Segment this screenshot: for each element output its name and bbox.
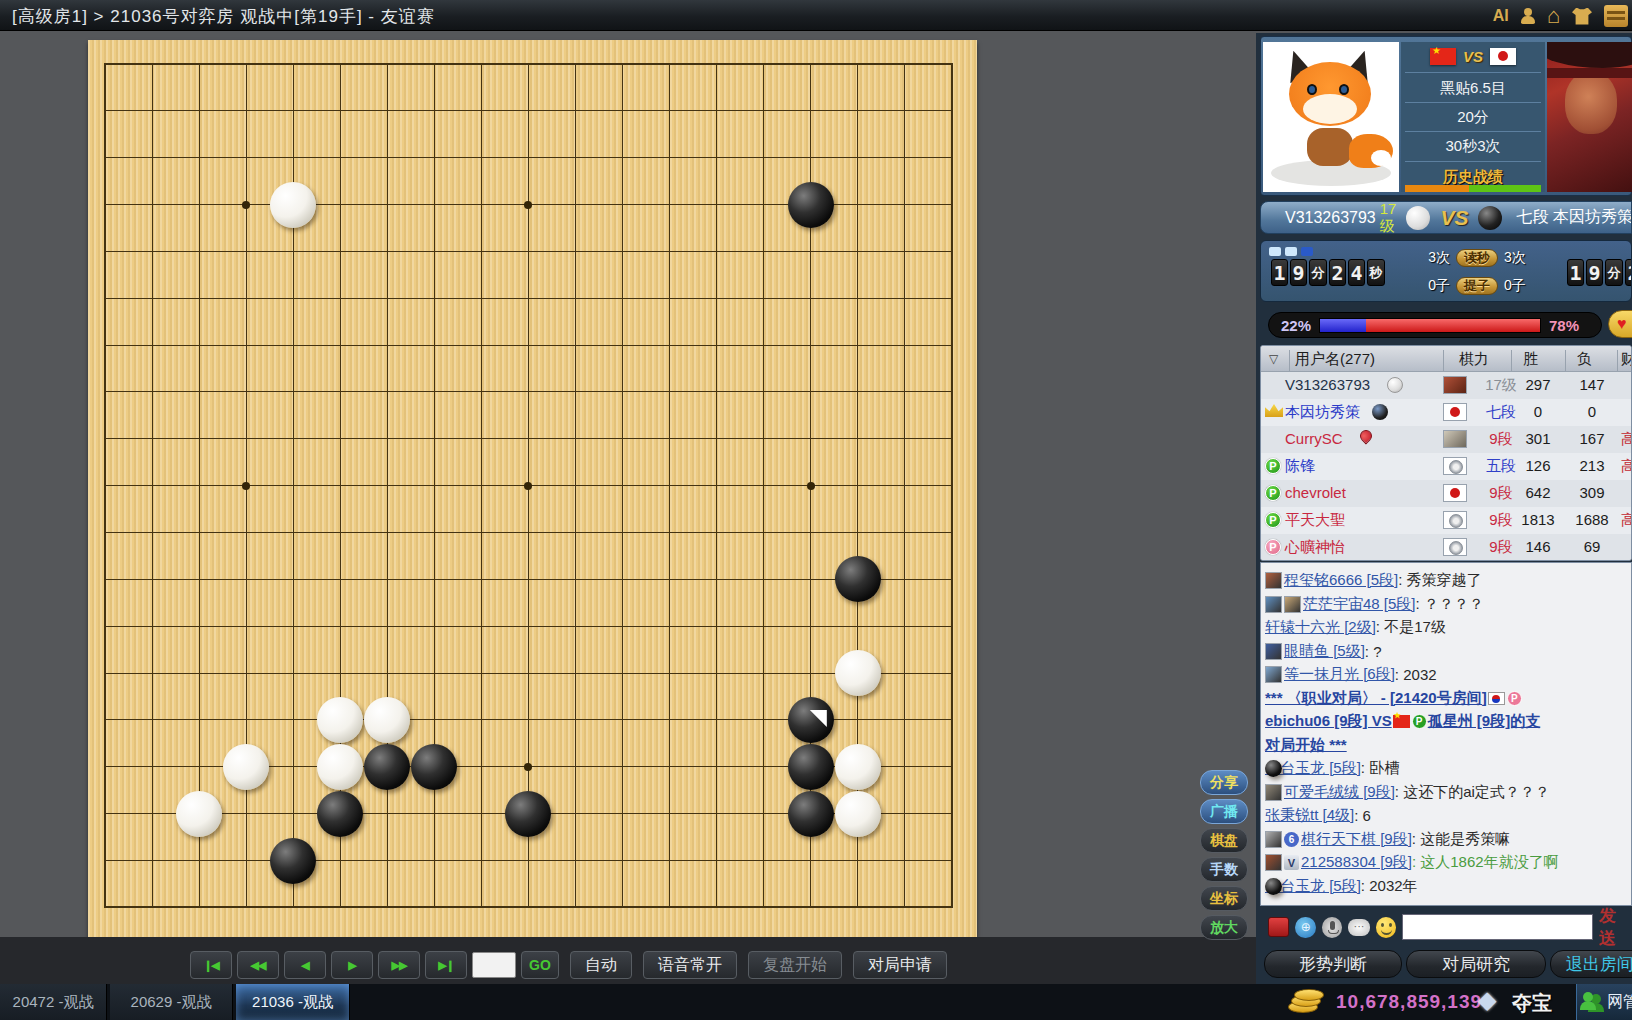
chat-line: 茫茫宇宙48 [5段]: ？？？？	[1265, 593, 1632, 616]
byoyomi-badge: 读秒	[1456, 249, 1498, 267]
spectator-wins: 126	[1513, 457, 1563, 474]
grid-line-v	[763, 63, 764, 908]
grid-line-h	[104, 906, 953, 908]
col-wins[interactable]: 胜	[1523, 350, 1538, 369]
winrate-blue-segment	[1320, 319, 1366, 332]
chat-line: 程玺铭6666 [5段]: 秀策穿越了	[1265, 569, 1632, 592]
clock-unit: 分	[1309, 259, 1327, 286]
black-stone-Q4[interactable]	[788, 744, 834, 790]
black-stone-E2[interactable]	[270, 838, 316, 884]
captures-left: 0子	[1428, 277, 1450, 295]
cn-flag-icon	[1393, 715, 1410, 728]
grid-line-h	[104, 532, 953, 533]
chat-avatar-stone	[1265, 878, 1282, 895]
black-player-avatar	[1547, 42, 1632, 192]
chat-username-link[interactable]: 等一抹月光 [6段]	[1284, 665, 1395, 684]
ai-button[interactable]: AI	[1493, 7, 1509, 25]
game-research-button[interactable]: 对局研究	[1406, 950, 1546, 978]
grid-line-v	[622, 63, 623, 908]
chat-username-link[interactable]: 孤星州 [9段]的支	[1428, 712, 1541, 731]
room-level-tag: 高	[1621, 511, 1632, 530]
black-stone-icon	[1478, 206, 1502, 230]
admin-box[interactable]: 网管	[1576, 984, 1632, 1020]
spectator-list: ▽ 用户名(277) 棋力 胜 负 财 V31326379317级297147本…	[1260, 345, 1632, 561]
fox-eye	[1307, 84, 1317, 95]
clock-panel: 19分24秒 19分2 3次 读秒 3次 0子 提子 0子	[1260, 240, 1632, 302]
rank-flag-icon	[1443, 538, 1467, 556]
float-button-广播[interactable]: 广播	[1200, 799, 1248, 824]
globe-icon[interactable]: ⊕	[1295, 917, 1315, 938]
chat-message: : 2032	[1395, 666, 1437, 683]
captures-right: 0子	[1504, 277, 1526, 295]
spectator-losses: 0	[1567, 403, 1617, 420]
chat-username-link[interactable]: *** 〈职业对局〉 - [21420号房间]	[1265, 689, 1487, 708]
float-button-分享[interactable]: 分享	[1200, 770, 1248, 795]
chat-line: 眼睛鱼 [5级]: ?	[1265, 640, 1632, 663]
white-stone-G5[interactable]	[364, 697, 410, 743]
chat-username-link[interactable]: 张秉锐tt [4级]	[1265, 806, 1354, 825]
star-point	[807, 482, 815, 490]
white-stone-icon	[1406, 206, 1430, 230]
table-row[interactable]: P心曠神怡9段14669	[1261, 534, 1631, 561]
chat-input-row: ⊕ ··· 发送	[1260, 910, 1632, 944]
grid-line-h	[104, 673, 953, 674]
app-window: [高级房1] > 21036号对弈房 观战中[第19手] - 友谊赛 AI ⌂ …	[0, 0, 1632, 1020]
user-icon[interactable]	[1521, 8, 1535, 24]
grid-line-v	[575, 63, 576, 908]
p-badge-icon: P	[1265, 512, 1281, 528]
spectator-wins: 642	[1513, 484, 1563, 501]
room-tab[interactable]: 21036 -观战	[236, 984, 350, 1020]
go-board[interactable]	[88, 40, 977, 937]
star-point	[524, 201, 532, 209]
ledger-icon[interactable]	[1604, 5, 1628, 27]
byoyomi-right: 3次	[1504, 249, 1526, 267]
chat-line: 轩辕十六光 [2级]: 不是17级	[1265, 616, 1632, 639]
favorite-heart-button[interactable]: ♥	[1608, 310, 1632, 338]
spectator-losses: 309	[1567, 484, 1617, 501]
spectator-wins: 0	[1513, 403, 1563, 420]
chat-username-link[interactable]: 对局开始 ***	[1265, 736, 1347, 755]
clock-digit: 2	[1625, 259, 1632, 286]
chat-message: : 2032年	[1361, 877, 1418, 896]
gold-amount: 10,678,859,139	[1336, 991, 1482, 1013]
title-bar: [高级房1] > 21036号对弈房 观战中[第19手] - 友谊赛 AI ⌂	[0, 0, 1632, 31]
black-stone-F3[interactable]	[317, 791, 363, 837]
byoyomi-left: 3次	[1428, 249, 1450, 267]
chat-username-link[interactable]: 212588304 [9段]	[1301, 853, 1412, 872]
black-player-name: 七段 本因坊秀策	[1516, 207, 1632, 228]
white-stone-F5[interactable]	[317, 697, 363, 743]
chat-line: 金台玉龙 [5段]: 卧槽	[1265, 757, 1632, 780]
chat-username-link[interactable]: 棋行天下棋 [9段]	[1301, 830, 1412, 849]
diamond-icon: ◆	[1478, 986, 1496, 1014]
currency-status-bar: 10,678,859,139 ◆ 夺宝 网管	[1260, 984, 1632, 1020]
chat-avatar	[1284, 596, 1301, 613]
komi-label: 黑贴6.5目	[1401, 79, 1545, 98]
p-badge-icon: P	[1412, 714, 1427, 729]
fox-muzzle	[1303, 94, 1357, 124]
p-badge-icon: P	[1265, 485, 1281, 501]
room-tab[interactable]: 20629 -观战	[110, 984, 233, 1020]
admin-label[interactable]: 网管	[1607, 992, 1632, 1013]
spectator-list-header[interactable]: ▽ 用户名(277) 棋力 胜 负 财	[1261, 346, 1631, 372]
gold-coins-icon	[1288, 989, 1324, 1015]
room-level-tag: 高	[1621, 457, 1632, 476]
vs-label: VS	[1440, 206, 1468, 230]
score-estimate-button[interactable]: 形势判断	[1264, 950, 1402, 978]
grid-line-v	[951, 63, 953, 908]
toolbar-button[interactable]: 语音常开	[643, 951, 737, 979]
chat-avatar	[1265, 596, 1282, 613]
location-pin-icon	[1358, 428, 1375, 445]
spectator-name[interactable]: 平天大聖	[1285, 511, 1345, 530]
grid-line-v	[716, 63, 717, 908]
home-icon[interactable]: ⌂	[1547, 6, 1560, 26]
black-stone-icon	[1372, 404, 1388, 420]
chat-avatar	[1265, 572, 1282, 589]
white-stone-R4[interactable]	[835, 744, 881, 790]
white-stone-F4[interactable]	[317, 744, 363, 790]
chat-line: 张秉锐tt [4级]: 6	[1265, 804, 1632, 827]
chat-line: 等一抹月光 [6段]: 2032	[1265, 663, 1632, 686]
china-flag-icon	[1430, 48, 1456, 65]
board-grid	[105, 64, 954, 909]
winrate-white-pct: 22%	[1281, 317, 1311, 334]
clock-unit: 秒	[1367, 259, 1385, 286]
col-losses[interactable]: 负	[1577, 350, 1592, 369]
white-stone-R3[interactable]	[835, 791, 881, 837]
black-clock: 19分2	[1567, 259, 1632, 286]
white-player-name: V313263793	[1285, 209, 1376, 227]
kr-flag-icon	[1488, 692, 1505, 705]
winrate-red-segment	[1366, 319, 1540, 332]
chat-line: 金台玉龙 [5段]: 2032年	[1265, 875, 1632, 898]
clock-digit: 1	[1271, 259, 1288, 286]
spectator-wins: 1813	[1513, 511, 1563, 528]
chat-line: *** 〈职业对局〉 - [21420号房间] P	[1265, 687, 1632, 710]
fox-eye	[1339, 84, 1349, 95]
black-stone-Q16[interactable]	[788, 182, 834, 228]
chat-message: : 6	[1354, 807, 1371, 824]
replay-nav-button[interactable]: ▶	[331, 951, 373, 979]
history-record-bar	[1405, 185, 1541, 192]
filter-icon[interactable]: ▽	[1269, 352, 1278, 366]
chat-avatar	[1265, 831, 1282, 848]
chat-bubble-icon[interactable]: ···	[1348, 919, 1369, 936]
grid-line-h	[104, 579, 953, 580]
spectator-losses: 213	[1567, 457, 1617, 474]
col-username[interactable]: 用户名(277)	[1295, 350, 1375, 369]
chat-username-link[interactable]: 茫茫宇宙48 [5段]	[1303, 595, 1416, 614]
toolbar-button[interactable]: 复盘开始	[748, 951, 842, 979]
chat-avatar-stone	[1265, 760, 1282, 777]
vs-label: VS	[1463, 48, 1483, 65]
white-stone-E16[interactable]	[270, 182, 316, 228]
chat-line: ebichu06 [9段] VS P孤星州 [9段]的支	[1265, 710, 1632, 733]
replay-nav-button[interactable]: ▶❙	[425, 951, 467, 979]
chat-line: 可爱毛绒绒 [9段]: 这还下的ai定式？？？	[1265, 781, 1632, 804]
exit-room-button[interactable]: 退出房间	[1550, 950, 1632, 978]
spectator-name[interactable]: 心曠神怡	[1285, 538, 1345, 557]
black-stone-Q3[interactable]	[788, 791, 834, 837]
table-row[interactable]: P陈锋五段126213高	[1261, 453, 1631, 480]
white-stone-R6[interactable]	[835, 650, 881, 696]
chat-avatar	[1265, 666, 1282, 683]
chat-username-link[interactable]: ebichu06 [9段] VS	[1265, 712, 1392, 731]
grid-line-h	[104, 860, 953, 861]
table-row[interactable]: V31326379317级297147	[1261, 372, 1631, 399]
winrate-black-pct: 78%	[1549, 317, 1579, 334]
replay-nav-button[interactable]: ◀	[284, 951, 326, 979]
fox-body	[1307, 128, 1353, 166]
go-button[interactable]: GO	[521, 951, 559, 979]
white-stone-C3[interactable]	[176, 791, 222, 837]
white-player-rank: 17级	[1380, 201, 1397, 234]
ai-winrate-bar: 22% 78%	[1268, 312, 1602, 338]
float-button-棋盘[interactable]: 棋盘	[1200, 828, 1248, 853]
clock-digit: 2	[1329, 259, 1346, 286]
send-button[interactable]: 发送	[1599, 904, 1632, 950]
table-row[interactable]: 本因坊秀策七段00	[1261, 399, 1631, 426]
star-point	[242, 482, 250, 490]
col-rank[interactable]: 棋力	[1459, 350, 1489, 369]
p-badge-icon: P	[1265, 458, 1281, 474]
chat-username-link[interactable]: 可爱毛绒绒 [9段]	[1284, 783, 1395, 802]
spectator-losses: 1688	[1567, 511, 1617, 528]
spectator-wins: 297	[1513, 376, 1563, 393]
room-level-tag: 高	[1621, 430, 1632, 449]
spectator-losses: 147	[1567, 376, 1617, 393]
rank-flag-icon	[1443, 484, 1467, 502]
p-badge-icon: P	[1507, 691, 1522, 706]
chat-message: : 这人1862年就没了啊	[1412, 853, 1559, 872]
chat-avatar	[1265, 854, 1282, 871]
japan-flag-icon	[1490, 48, 1516, 65]
wardrobe-icon[interactable]	[1572, 8, 1592, 25]
chat-line: 对局开始 ***	[1265, 734, 1632, 757]
black-stone-Q5[interactable]	[788, 697, 834, 743]
spectator-name[interactable]: V313263793	[1285, 376, 1370, 393]
chat-line: V212588304 [9段]: 这人1862年就没了啊	[1265, 851, 1632, 874]
chat-avatar	[1265, 643, 1282, 660]
titlebar-icons: AI ⌂	[1493, 3, 1628, 29]
room-title: [高级房1] > 21036号对弈房 观战中[第19手] - 友谊赛	[12, 5, 435, 28]
chat-line: 6棋行天下棋 [9段]: 这能是秀策嘛	[1265, 828, 1632, 851]
main-time-label: 20分	[1401, 108, 1545, 127]
spectator-name[interactable]: 陈锋	[1285, 457, 1315, 476]
replay-nav-button[interactable]: ▶▶	[378, 951, 420, 979]
black-stone-K3[interactable]	[505, 791, 551, 837]
emoji-icon[interactable]	[1376, 917, 1396, 938]
rank-flag-icon	[1443, 376, 1467, 394]
chat-username-link[interactable]: 轩辕十六光 [2级]	[1265, 618, 1376, 637]
rank-flag-icon	[1443, 403, 1467, 421]
float-button-手数[interactable]: 手数	[1200, 857, 1248, 882]
clock-digit: 1	[1567, 259, 1584, 286]
players-name-bar: V313263793 17级 VS 七段 本因坊秀策	[1260, 201, 1632, 234]
spectator-losses: 69	[1567, 538, 1617, 555]
rank-flag-icon	[1443, 457, 1467, 475]
table-row[interactable]: CurrySC9段301167高	[1261, 426, 1631, 453]
col-wealth[interactable]: 财	[1621, 350, 1632, 369]
crown-icon	[1265, 404, 1283, 417]
black-stone-H4[interactable]	[411, 744, 457, 790]
grid-line-v	[669, 63, 670, 908]
replay-nav-button[interactable]: ❙◀	[190, 951, 232, 979]
v-badge-icon: V	[1284, 855, 1299, 870]
microphone-icon[interactable]	[1322, 917, 1342, 938]
black-stone-R8[interactable]	[835, 556, 881, 602]
float-button-坐标[interactable]: 坐标	[1200, 886, 1248, 911]
treasure-button[interactable]: 夺宝	[1512, 990, 1552, 1017]
grid-line-h	[104, 626, 953, 627]
star-point	[242, 201, 250, 209]
grid-line-v	[904, 63, 905, 908]
replay-toolbar: ❙◀◀◀◀▶▶▶▶❙GO自动语音常开复盘开始对局申请	[190, 950, 947, 980]
people-icon	[1583, 992, 1593, 1002]
player-info-panel: VS 黑贴6.5目 20分 30秒3次 历史战绩	[1260, 36, 1632, 196]
star-point	[524, 482, 532, 490]
byoyomi-rule-label: 30秒3次	[1401, 137, 1545, 156]
replay-nav-button[interactable]: ◀◀	[237, 951, 279, 979]
chat-message: : 这能是秀策嘛	[1412, 830, 1510, 849]
table-row[interactable]: Pchevrolet9段642309	[1261, 480, 1631, 507]
chat-input[interactable]	[1402, 914, 1593, 940]
float-button-放大[interactable]: 放大	[1200, 915, 1248, 940]
white-stone-icon	[1387, 377, 1403, 393]
chat-message: : 不是17级	[1376, 618, 1446, 637]
white-player-avatar	[1263, 42, 1399, 192]
rank-flag-icon	[1443, 430, 1467, 448]
white-clock: 19分24秒	[1271, 259, 1385, 286]
toolbar-button[interactable]: 自动	[570, 951, 632, 979]
white-stone-D4[interactable]	[223, 744, 269, 790]
rank-flag-icon	[1443, 511, 1467, 529]
room-tab[interactable]: 20472 -观战	[0, 984, 107, 1020]
black-stone-G4[interactable]	[364, 744, 410, 790]
chat-message: : ?	[1365, 643, 1382, 660]
spectator-wins: 301	[1513, 430, 1563, 447]
toolbar-button[interactable]: 对局申请	[853, 951, 947, 979]
spectator-losses: 167	[1567, 430, 1617, 447]
chat-username-link[interactable]: 眼睛鱼 [5级]	[1284, 642, 1365, 661]
spectator-name[interactable]: CurrySC	[1285, 430, 1343, 447]
chat-message: : 这还下的ai定式？？？	[1395, 783, 1550, 802]
clock-digit: 4	[1348, 259, 1365, 286]
level-badge-icon: 6	[1284, 832, 1299, 847]
clock-digit: 9	[1586, 259, 1603, 286]
last-move-marker	[810, 710, 827, 727]
spectator-name[interactable]: chevrolet	[1285, 484, 1346, 501]
p-badge-icon: P	[1265, 539, 1281, 555]
chat-panel[interactable]: 程玺铭6666 [5段]: 秀策穿越了茫茫宇宙48 [5段]: ？？？？轩辕十六…	[1260, 562, 1632, 906]
fox-tail	[1349, 134, 1393, 168]
chat-message: : 秀策穿越了	[1398, 571, 1481, 590]
chat-avatar	[1265, 784, 1282, 801]
chat-username-link[interactable]: 程玺铭6666 [5段]	[1284, 571, 1398, 590]
chat-message: : 卧槽	[1361, 759, 1399, 778]
chat-message: : ？？？？	[1416, 595, 1484, 614]
spectator-name[interactable]: 本因坊秀策	[1285, 403, 1360, 422]
match-rules-box: VS 黑贴6.5目 20分 30秒3次 历史战绩	[1401, 42, 1545, 192]
clock-unit: 分	[1605, 259, 1623, 286]
clock-digit: 9	[1290, 259, 1307, 286]
captures-badge: 提子	[1456, 277, 1498, 295]
table-row[interactable]: P平天大聖9段18131688高	[1261, 507, 1631, 534]
redpacket-icon[interactable]	[1268, 917, 1289, 937]
move-number-input[interactable]	[472, 952, 516, 978]
star-point	[524, 763, 532, 771]
spectator-wins: 146	[1513, 538, 1563, 555]
